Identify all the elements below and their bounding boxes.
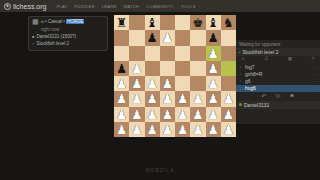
- menu-tab-icon[interactable]: ≡: [311, 57, 315, 62]
- move-tail: …: [315, 71, 320, 76]
- top-navbar: ♞ lichess.org PLAYPUZZLESLEARNWATCHCOMMU…: [0, 0, 320, 12]
- square-h5[interactable]: [221, 61, 236, 76]
- square-g2[interactable]: ♟: [206, 107, 221, 122]
- square-b1[interactable]: ♟: [129, 122, 144, 137]
- square-h3[interactable]: ♟: [221, 91, 236, 106]
- square-c1[interactable]: ♟: [145, 122, 160, 137]
- nav-item-community[interactable]: COMMUNITY: [146, 4, 173, 9]
- white-pawn-piece[interactable]: ♟: [177, 107, 188, 122]
- player-name: Daniel3131: [244, 102, 269, 108]
- square-b3[interactable]: ♟: [129, 91, 144, 106]
- square-a1[interactable]: ♟: [114, 122, 129, 137]
- move-bullet-icon: +: [236, 64, 245, 69]
- white-pawn-piece[interactable]: ♟: [162, 76, 173, 91]
- game-info-tooltip: ▦ ∞ • Casual • HORDE right now ●Daniel31…: [28, 16, 108, 51]
- square-f6[interactable]: [190, 46, 205, 61]
- engine-icon: ▪: [239, 50, 240, 55]
- opponent-bar[interactable]: ▪ Stockfish level 2: [236, 48, 320, 56]
- nav-item-play[interactable]: PLAY: [56, 4, 67, 9]
- black-player-dot-icon: ○: [32, 41, 34, 47]
- square-f4[interactable]: [190, 76, 205, 91]
- nav-item-puzzles[interactable]: PUZZLES: [75, 4, 95, 9]
- square-e2[interactable]: ♟: [175, 107, 190, 122]
- move-san: hxg6: [245, 85, 315, 91]
- square-a4[interactable]: ♟: [114, 76, 129, 91]
- white-pawn-piece[interactable]: ♟: [131, 91, 142, 106]
- black-pawn-piece[interactable]: ♟: [147, 30, 158, 45]
- square-h4[interactable]: [221, 76, 236, 91]
- move-list-tab-icon[interactable]: ☰: [264, 57, 268, 62]
- white-pawn-piece[interactable]: ♟: [192, 107, 203, 122]
- square-a2[interactable]: ♟: [114, 107, 129, 122]
- move-san: g6: [245, 78, 315, 84]
- square-c5[interactable]: [145, 61, 160, 76]
- move-row-gxh8=R[interactable]: +gxh8=R…: [236, 70, 320, 77]
- tooltip-player-white: ●Daniel3131 (1500?): [32, 34, 104, 41]
- square-d8[interactable]: [160, 15, 175, 30]
- square-a6[interactable]: [114, 46, 129, 61]
- square-a3[interactable]: ♟: [114, 91, 129, 106]
- square-e6[interactable]: [175, 46, 190, 61]
- white-pawn-piece[interactable]: ♟: [147, 76, 158, 91]
- lichess-logo-icon: ♞: [4, 3, 11, 10]
- square-e8[interactable]: [175, 15, 190, 30]
- move-san: gxh8=R: [245, 71, 315, 77]
- move-bullet-icon: +: [236, 71, 245, 76]
- square-g5[interactable]: ♟: [206, 61, 221, 76]
- lichess-app: ♞ lichess.org PLAYPUZZLESLEARNWATCHCOMMU…: [0, 0, 320, 180]
- square-b4[interactable]: ♟: [129, 76, 144, 91]
- game-meta: ∞ • Casual • HORDE: [41, 19, 85, 25]
- square-b2[interactable]: ♟: [129, 107, 144, 122]
- square-h7[interactable]: [221, 30, 236, 45]
- square-g4[interactable]: ♟: [206, 76, 221, 91]
- white-pawn-piece[interactable]: ♟: [162, 122, 173, 137]
- white-player-dot-icon: ●: [32, 34, 34, 40]
- square-c6[interactable]: [145, 46, 160, 61]
- game-side-panel: Waiting for opponent ▪ Stockfish level 2…: [236, 40, 320, 124]
- square-c7[interactable]: ♟: [145, 30, 160, 45]
- chess-board[interactable]: ♜♝♚♝♞♟♟♟♟♟♟♟♟♟♟♟♟♟♟♟♟♟♟♟♟♟♟♟♟♟♟♟♟♟♟♟♟♟♟♟…: [114, 15, 236, 137]
- move-list: +fxg7…+gxh8=R…+g6…+hxg6…: [236, 63, 320, 92]
- white-pawn-piece[interactable]: ♟: [131, 122, 142, 137]
- square-g3[interactable]: ♟: [206, 91, 221, 106]
- main-nav: PLAYPUZZLESLEARNWATCHCOMMUNITYTOOLS: [56, 4, 195, 9]
- black-king-piece[interactable]: ♚: [192, 15, 203, 30]
- white-pawn-piece[interactable]: ♟: [147, 91, 158, 106]
- video-watermark: MOBZILA: [0, 167, 320, 173]
- white-pawn-piece[interactable]: ♟: [116, 107, 127, 122]
- white-pawn-piece[interactable]: ♟: [223, 122, 234, 137]
- square-f7[interactable]: [190, 30, 205, 45]
- square-a8[interactable]: ♜: [114, 15, 129, 30]
- square-f3[interactable]: ♟: [190, 91, 205, 106]
- square-d6[interactable]: [160, 46, 175, 61]
- black-bishop-piece[interactable]: ♝: [147, 15, 158, 30]
- white-pawn-piece[interactable]: ♟: [177, 122, 188, 137]
- white-pawn-piece[interactable]: ♟: [116, 76, 127, 91]
- square-a5[interactable]: ♟: [114, 61, 129, 76]
- lichess-logo[interactable]: ♞ lichess.org: [4, 3, 46, 10]
- status-text: Waiting for opponent: [236, 40, 320, 48]
- variant-badge[interactable]: HORDE: [66, 19, 84, 24]
- white-pawn-piece[interactable]: ♟: [162, 91, 173, 106]
- square-f2[interactable]: ♟: [190, 107, 205, 122]
- tooltip-players: ●Daniel3131 (1500?)○Stockfish level 2: [32, 34, 104, 48]
- square-e3[interactable]: ♟: [175, 91, 190, 106]
- tooltip-player-name: Stockfish level 2: [36, 41, 69, 48]
- black-knight-piece[interactable]: ♞: [223, 15, 234, 30]
- square-b8[interactable]: [129, 15, 144, 30]
- opponent-name: Stockfish level 2: [242, 49, 278, 55]
- square-f5[interactable]: [190, 61, 205, 76]
- move-bullet-icon: +: [236, 86, 245, 91]
- square-d3[interactable]: ♟: [160, 91, 175, 106]
- white-pawn-piece[interactable]: ♟: [131, 107, 142, 122]
- white-pawn-piece[interactable]: ♟: [162, 30, 173, 45]
- move-tail: …: [315, 86, 320, 91]
- white-pawn-piece[interactable]: ♟: [208, 61, 219, 76]
- square-g1[interactable]: ♟: [206, 122, 221, 137]
- white-pawn-piece[interactable]: ♟: [116, 91, 127, 106]
- move-row-hxg6[interactable]: +hxg6…: [236, 85, 320, 92]
- white-pawn-piece[interactable]: ♟: [116, 122, 127, 137]
- resign-icon[interactable]: ⚑: [290, 94, 295, 100]
- move-tail: …: [315, 64, 320, 69]
- online-dot: [239, 103, 242, 106]
- black-pawn-piece[interactable]: ♟: [116, 61, 127, 76]
- square-g8[interactable]: ♝: [206, 15, 221, 30]
- white-pawn-piece[interactable]: ♟: [162, 107, 173, 122]
- move-row-g6[interactable]: +g6…: [236, 77, 320, 84]
- black-rook-piece[interactable]: ♜: [116, 15, 127, 30]
- square-c3[interactable]: ♟: [145, 91, 160, 106]
- square-d5[interactable]: [160, 61, 175, 76]
- black-pawn-piece[interactable]: ♟: [208, 30, 219, 45]
- square-d7[interactable]: ♟: [160, 30, 175, 45]
- square-b5[interactable]: ♟: [129, 61, 144, 76]
- square-g6[interactable]: ♟: [206, 46, 221, 61]
- square-h8[interactable]: ♞: [221, 15, 236, 30]
- square-c4[interactable]: ♟: [145, 76, 160, 91]
- square-e5[interactable]: [175, 61, 190, 76]
- white-pawn-piece[interactable]: ♟: [192, 122, 203, 137]
- game-controls: ↶½⚑: [236, 92, 320, 101]
- move-row-fxg7[interactable]: +fxg7…: [236, 63, 320, 70]
- white-pawn-piece[interactable]: ♟: [223, 107, 234, 122]
- nav-item-watch[interactable]: WATCH: [124, 4, 140, 9]
- white-pawn-piece[interactable]: ♟: [131, 76, 142, 91]
- pieces-tab-icon[interactable]: ♙: [241, 57, 245, 62]
- white-pawn-piece[interactable]: ♟: [223, 91, 234, 106]
- square-d1[interactable]: ♟: [160, 122, 175, 137]
- move-tail: …: [315, 78, 320, 83]
- board-tab-icon[interactable]: ▦: [288, 57, 292, 62]
- square-e4[interactable]: [175, 76, 190, 91]
- game-time-ago: right now: [41, 27, 104, 32]
- white-pawn-piece[interactable]: ♟: [131, 61, 142, 76]
- panel-tabs: ♙☰▦≡: [236, 56, 320, 63]
- lichess-logo-text: lichess.org: [13, 3, 46, 10]
- square-f8[interactable]: ♚: [190, 15, 205, 30]
- square-e7[interactable]: [175, 30, 190, 45]
- square-h1[interactable]: ♟: [221, 122, 236, 137]
- player-bar[interactable]: Daniel3131: [236, 101, 320, 109]
- white-pawn-piece[interactable]: ♟: [208, 91, 219, 106]
- move-san: fxg7: [245, 64, 315, 70]
- square-h6[interactable]: [221, 46, 236, 61]
- white-pawn-piece[interactable]: ♟: [147, 122, 158, 137]
- draw-offer-icon[interactable]: ½: [275, 94, 280, 100]
- white-pawn-piece[interactable]: ♟: [192, 91, 203, 106]
- white-pawn-piece[interactable]: ♟: [208, 76, 219, 91]
- square-g7[interactable]: ♟: [206, 30, 221, 45]
- white-pawn-piece[interactable]: ♟: [208, 46, 219, 61]
- square-d4[interactable]: ♟: [160, 76, 175, 91]
- nav-item-learn[interactable]: LEARN: [102, 4, 117, 9]
- square-b7[interactable]: [129, 30, 144, 45]
- takeback-icon[interactable]: ↶: [262, 94, 267, 100]
- white-pawn-piece[interactable]: ♟: [177, 91, 188, 106]
- square-h2[interactable]: ♟: [221, 107, 236, 122]
- square-a7[interactable]: [114, 30, 129, 45]
- tooltip-player-name: Daniel3131 (1500?): [36, 34, 76, 41]
- mini-board-icon: ▦: [32, 19, 39, 26]
- square-c8[interactable]: ♝: [145, 15, 160, 30]
- white-pawn-piece[interactable]: ♟: [208, 107, 219, 122]
- white-pawn-piece[interactable]: ♟: [208, 122, 219, 137]
- tooltip-player-black: ○Stockfish level 2: [32, 41, 104, 48]
- nav-item-tools[interactable]: TOOLS: [181, 4, 196, 9]
- move-bullet-icon: +: [236, 78, 245, 83]
- black-bishop-piece[interactable]: ♝: [208, 15, 219, 30]
- square-c2[interactable]: ♟: [145, 107, 160, 122]
- square-b6[interactable]: [129, 46, 144, 61]
- square-e1[interactable]: ♟: [175, 122, 190, 137]
- square-f1[interactable]: ♟: [190, 122, 205, 137]
- square-d2[interactable]: ♟: [160, 107, 175, 122]
- white-pawn-piece[interactable]: ♟: [147, 107, 158, 122]
- game-meta-text: ∞ • Casual •: [41, 19, 65, 24]
